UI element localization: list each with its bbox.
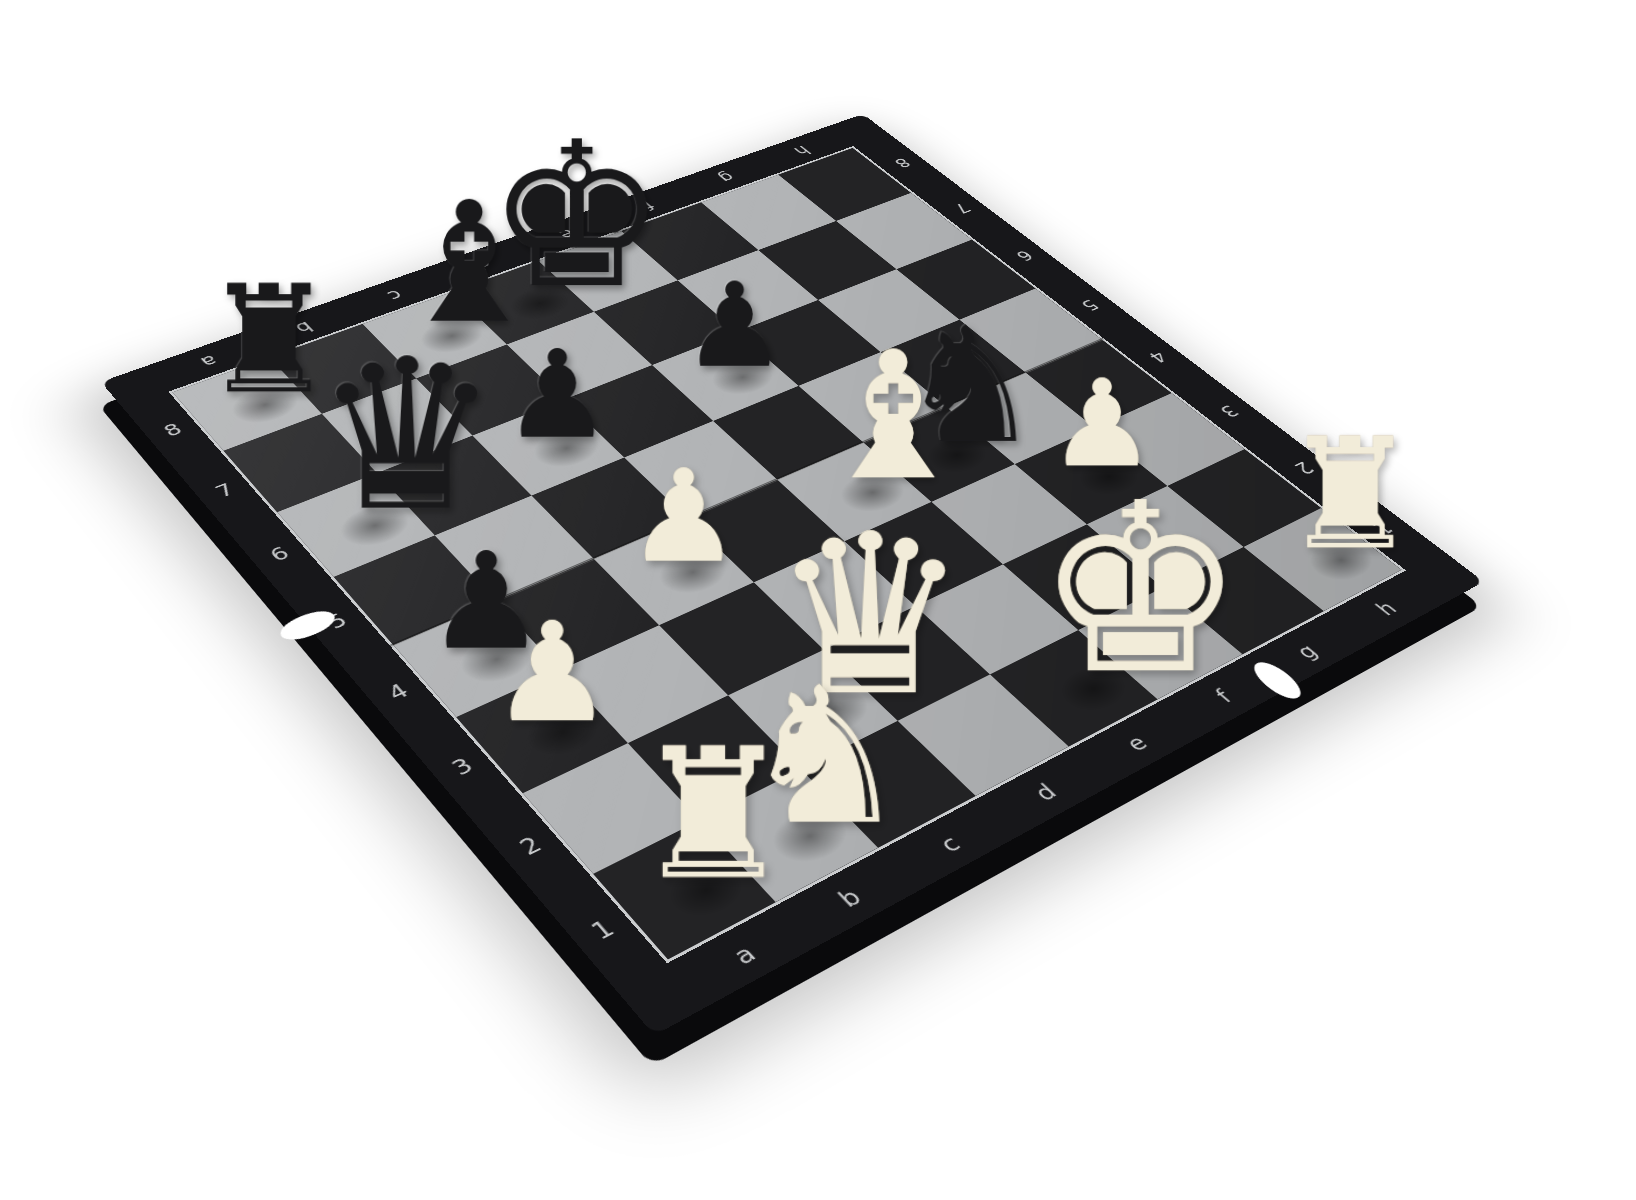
pieces-layer: ♚♝♟♞♟♜♟♝♜♛♟♚♟♛♟♞♜ [172, 148, 1401, 959]
file-label-bottom-b: b [822, 879, 877, 917]
rank-label-left-7: 7 [201, 477, 250, 505]
piece-white-rook-a1[interactable]: ♜ [633, 724, 765, 904]
rank-label-left-2: 2 [503, 828, 558, 865]
rank-label-left-3: 3 [436, 749, 490, 784]
rank-label-right-8: 8 [882, 153, 921, 172]
board-frame: ♚♝♟♞♟♜♟♝♜♛♟♚♟♛♟♞♜ [168, 146, 1405, 963]
rank-label-left-4: 4 [372, 676, 424, 709]
file-label-bottom-a: a [716, 935, 773, 975]
rank-label-right-7: 7 [942, 198, 982, 218]
piece-white-pawn-a3[interactable]: ♟ [490, 604, 614, 742]
rank-label-left-1: 1 [575, 910, 632, 950]
file-label-bottom-h: h [1363, 594, 1410, 624]
piece-black-pawn-e6[interactable]: ♟ [682, 267, 787, 384]
piece-white-king-e1[interactable]: ♚ [1035, 472, 1155, 707]
photo-of-chess-set: ♚♝♟♞♟♜♟♝♜♛♟♚♟♛♟♞♜ aa88bb77cc66dd55ee44ff… [0, 0, 1636, 1200]
piece-black-pawn-c6[interactable]: ♟ [503, 334, 613, 456]
rank-label-right-5: 5 [1069, 294, 1110, 316]
file-label-bottom-g: g [1283, 636, 1331, 667]
file-label-top-h: h [782, 141, 821, 160]
rank-label-right-3: 3 [1207, 399, 1250, 424]
rank-label-left-8: 8 [149, 417, 197, 443]
file-label-top-g: g [706, 167, 746, 187]
piece-black-rook-a8[interactable]: ♜ [202, 265, 311, 414]
rank-label-right-6: 6 [1004, 245, 1045, 266]
piece-white-bishop-e4[interactable]: ♝ [814, 328, 925, 504]
board-case: ♚♝♟♞♟♜♟♝♜♛♟♚♟♛♟♞♜ aa88bb77cc66dd55ee44ff… [101, 114, 1484, 1035]
file-label-bottom-d: d [1020, 775, 1072, 810]
piece-white-rook-h1[interactable]: ♜ [1282, 418, 1394, 571]
file-label-bottom-e: e [1112, 727, 1162, 761]
rank-label-left-6: 6 [255, 540, 305, 569]
piece-black-queen-a6[interactable]: ♛ [313, 331, 428, 540]
piece-white-pawn-c4[interactable]: ♟ [626, 453, 741, 581]
file-label-bottom-c: c [923, 826, 976, 863]
